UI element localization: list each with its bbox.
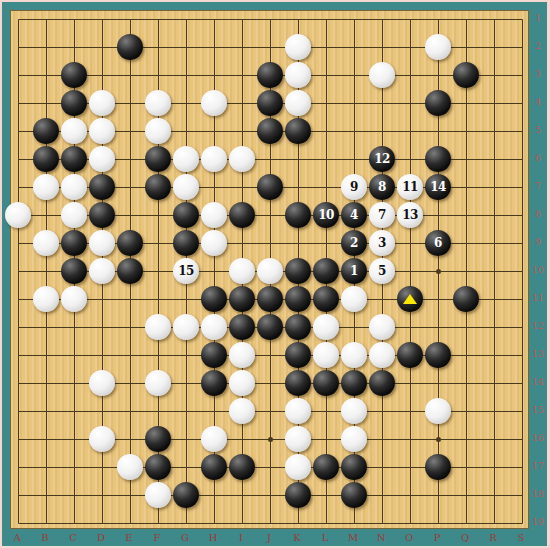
stone-white <box>369 62 395 88</box>
stone-black <box>397 342 423 368</box>
row-label: 12 <box>532 321 543 331</box>
row-label: 1 <box>535 13 541 23</box>
stone-black: 6 <box>425 230 451 256</box>
row-label: 11 <box>532 293 543 303</box>
stone-black <box>257 174 283 200</box>
stone-white <box>145 314 171 340</box>
stone-white <box>33 174 59 200</box>
stone-white <box>313 342 339 368</box>
stone-black <box>173 202 199 228</box>
column-label: N <box>377 532 386 543</box>
column-label: Q <box>461 532 469 543</box>
row-label: 15 <box>532 405 543 415</box>
stone-white <box>173 146 199 172</box>
move-number-label: 5 <box>369 258 395 284</box>
stone-white <box>285 454 311 480</box>
stone-black <box>201 370 227 396</box>
stone-white <box>285 398 311 424</box>
column-label: L <box>322 532 329 543</box>
column-label: J <box>267 532 271 543</box>
move-number-label: 12 <box>369 146 395 172</box>
row-label: 6 <box>535 153 541 163</box>
stone-white <box>313 314 339 340</box>
stone-white: 15 <box>173 258 199 284</box>
stone-white <box>425 398 451 424</box>
column-label: E <box>125 532 132 543</box>
stone-black <box>257 286 283 312</box>
stone-black <box>229 454 255 480</box>
stone-white <box>201 90 227 116</box>
column-label: C <box>69 532 77 543</box>
column-label: M <box>348 532 358 543</box>
stone-white <box>145 482 171 508</box>
stone-black <box>341 454 367 480</box>
stone-white <box>425 34 451 60</box>
stone-black <box>285 286 311 312</box>
column-label: O <box>405 532 413 543</box>
move-number-label: 3 <box>369 230 395 256</box>
move-number-label: 1 <box>341 258 367 284</box>
column-label: G <box>181 532 189 543</box>
row-label: 8 <box>535 209 541 219</box>
column-label: B <box>41 532 48 543</box>
row-label: 16 <box>532 433 543 443</box>
stone-black <box>425 90 451 116</box>
stone-black <box>61 90 87 116</box>
stone-white <box>89 146 115 172</box>
stone-white <box>369 314 395 340</box>
stone-white: 13 <box>397 202 423 228</box>
stone-white <box>61 286 87 312</box>
stone-white <box>369 342 395 368</box>
stone-black <box>313 454 339 480</box>
column-label: F <box>154 532 161 543</box>
stone-black <box>285 314 311 340</box>
stone-black <box>313 286 339 312</box>
stone-white <box>201 314 227 340</box>
stone-white: 11 <box>397 174 423 200</box>
stone-white: 7 <box>369 202 395 228</box>
column-label: H <box>209 532 218 543</box>
stone-black: 10 <box>313 202 339 228</box>
stone-white <box>285 426 311 452</box>
stone-white <box>89 118 115 144</box>
stone-white: 3 <box>369 230 395 256</box>
stone-white <box>285 34 311 60</box>
move-number-label: 10 <box>313 202 339 228</box>
row-label: 4 <box>535 97 541 107</box>
stone-white <box>229 342 255 368</box>
move-number-label: 6 <box>425 230 451 256</box>
stone-black <box>61 146 87 172</box>
row-label: 14 <box>532 377 543 387</box>
stone-black <box>173 230 199 256</box>
column-label: D <box>97 532 105 543</box>
stone-black <box>285 342 311 368</box>
stone-white <box>341 398 367 424</box>
move-number-label: 13 <box>397 202 423 228</box>
stone-black <box>145 174 171 200</box>
stone-white <box>229 370 255 396</box>
stone-white <box>33 286 59 312</box>
row-label: 5 <box>535 125 541 135</box>
move-number-label: 4 <box>341 202 367 228</box>
stone-white <box>229 398 255 424</box>
stone-white <box>201 230 227 256</box>
stone-white <box>89 230 115 256</box>
row-label: 17 <box>532 461 543 471</box>
stone-black <box>285 370 311 396</box>
stone-black <box>257 314 283 340</box>
stone-white <box>89 90 115 116</box>
column-label: R <box>489 532 497 543</box>
stone-white <box>285 90 311 116</box>
stone-black <box>425 342 451 368</box>
row-label: 13 <box>532 349 543 359</box>
star-point <box>436 437 441 442</box>
move-number-label: 8 <box>369 174 395 200</box>
stone-black <box>313 258 339 284</box>
row-label: 2 <box>535 41 541 51</box>
stone-black <box>285 118 311 144</box>
stone-white <box>61 118 87 144</box>
stone-black <box>425 454 451 480</box>
goban[interactable]: 129811141047132361515 <box>10 10 529 529</box>
move-number-label: 15 <box>173 258 199 284</box>
move-number-label: 9 <box>341 174 367 200</box>
go-app: 129811141047132361515 ABCDEFGHIJKLMNOPQR… <box>0 0 550 548</box>
row-label: 18 <box>532 489 543 499</box>
column-label: P <box>434 532 441 543</box>
stone-black <box>201 286 227 312</box>
stone-black <box>453 62 479 88</box>
row-label: 9 <box>535 237 541 247</box>
stone-black <box>285 202 311 228</box>
stone-black <box>145 454 171 480</box>
stone-black <box>201 342 227 368</box>
stone-black <box>397 286 423 312</box>
stone-black: 4 <box>341 202 367 228</box>
stone-black <box>117 34 143 60</box>
stone-white <box>33 230 59 256</box>
move-number-label: 2 <box>341 230 367 256</box>
stone-black: 1 <box>341 258 367 284</box>
move-number-label: 14 <box>425 174 451 200</box>
stone-white <box>341 342 367 368</box>
stone-white <box>145 90 171 116</box>
row-label: 19 <box>532 517 543 527</box>
stone-black <box>453 286 479 312</box>
stone-white <box>201 146 227 172</box>
stone-white <box>61 202 87 228</box>
stone-black <box>229 314 255 340</box>
column-label: I <box>239 532 243 543</box>
stone-black <box>425 146 451 172</box>
stone-white <box>173 314 199 340</box>
stone-black <box>33 146 59 172</box>
stone-white <box>201 202 227 228</box>
stone-black <box>117 230 143 256</box>
stone-black <box>313 370 339 396</box>
stone-white <box>61 174 87 200</box>
stone-black <box>341 370 367 396</box>
row-label: 10 <box>532 265 543 275</box>
stone-white <box>341 426 367 452</box>
row-label: 3 <box>535 69 541 79</box>
stone-white <box>201 426 227 452</box>
stone-black <box>61 62 87 88</box>
stone-black <box>89 202 115 228</box>
stone-white <box>229 258 255 284</box>
stone-black <box>369 370 395 396</box>
stone-black: 2 <box>341 230 367 256</box>
stone-black <box>145 146 171 172</box>
stone-black <box>257 62 283 88</box>
stone-white <box>341 286 367 312</box>
stone-white <box>257 258 283 284</box>
stone-black <box>229 202 255 228</box>
stone-white <box>89 370 115 396</box>
stone-white <box>285 62 311 88</box>
stone-black <box>257 90 283 116</box>
stone-white <box>5 202 31 228</box>
stone-black <box>61 258 87 284</box>
stone-white <box>117 454 143 480</box>
stone-black <box>285 482 311 508</box>
star-point <box>268 437 273 442</box>
star-point <box>436 269 441 274</box>
move-number-label: 7 <box>369 202 395 228</box>
stone-white: 9 <box>341 174 367 200</box>
stone-black: 14 <box>425 174 451 200</box>
stone-white: 5 <box>369 258 395 284</box>
stone-black <box>117 258 143 284</box>
stone-black <box>341 482 367 508</box>
stone-black: 12 <box>369 146 395 172</box>
stone-black <box>61 230 87 256</box>
stone-black: 8 <box>369 174 395 200</box>
move-number-label: 11 <box>397 174 423 200</box>
stone-white <box>145 118 171 144</box>
stone-black <box>285 258 311 284</box>
stone-black <box>173 482 199 508</box>
column-label: K <box>293 532 300 543</box>
row-label: 7 <box>535 181 541 191</box>
stone-black <box>33 118 59 144</box>
stone-white <box>173 174 199 200</box>
stone-white <box>229 146 255 172</box>
stone-white <box>145 370 171 396</box>
stone-black <box>229 286 255 312</box>
last-move-triangle-marker <box>403 294 417 304</box>
column-label: S <box>518 532 525 543</box>
stone-white <box>89 258 115 284</box>
stone-black <box>89 174 115 200</box>
column-label: A <box>13 532 20 543</box>
stone-black <box>257 118 283 144</box>
stone-white <box>89 426 115 452</box>
stone-black <box>145 426 171 452</box>
stone-black <box>201 454 227 480</box>
